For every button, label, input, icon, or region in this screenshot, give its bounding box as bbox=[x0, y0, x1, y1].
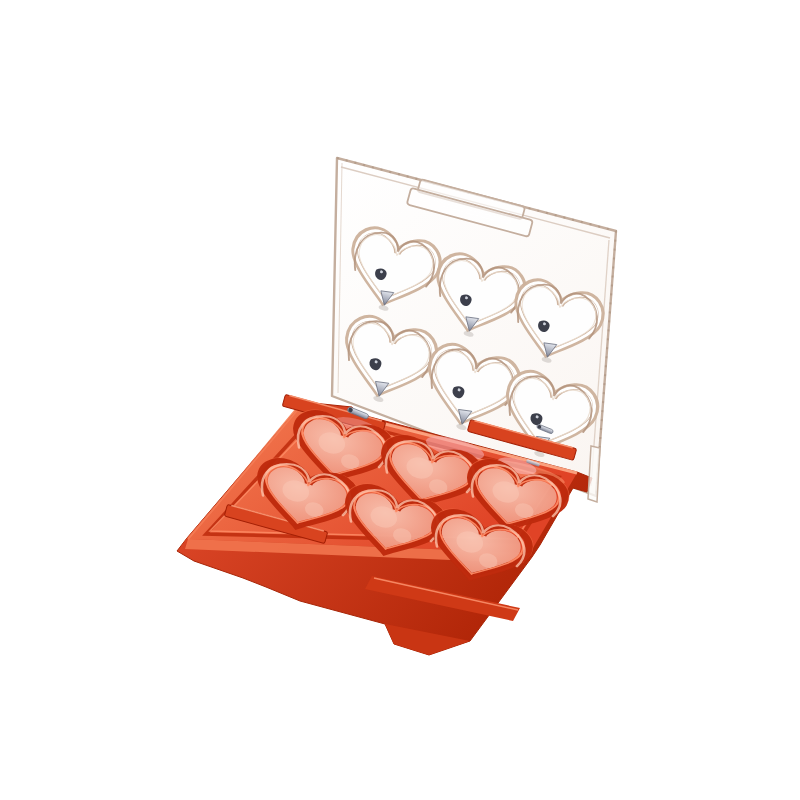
palette-illustration bbox=[0, 0, 800, 800]
hinge-clear-tab bbox=[588, 446, 600, 502]
product-photo-canvas bbox=[0, 0, 800, 800]
